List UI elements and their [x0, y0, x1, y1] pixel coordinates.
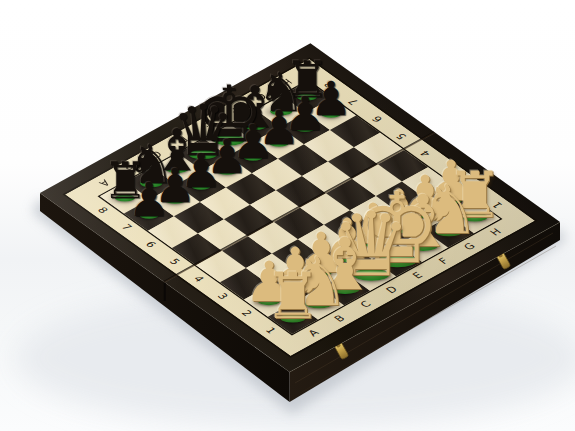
- chess-set-photo: ABCDEFGH ABCDEFGH 87654321 87654321 ♜♞♝♛…: [0, 0, 575, 431]
